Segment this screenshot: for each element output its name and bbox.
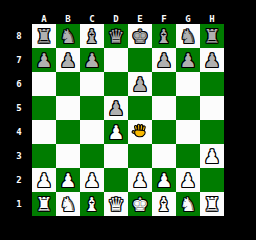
rank-labels: 87654321 [12, 24, 26, 216]
piece-black-pawn: ♟ [107, 96, 124, 120]
square-b8[interactable]: ♞ [56, 24, 80, 48]
square-c8[interactable]: ♝ [80, 24, 104, 48]
square-g4[interactable] [176, 120, 200, 144]
rank-label-8: 8 [12, 24, 26, 48]
square-g7[interactable]: ♟ [176, 48, 200, 72]
square-a3[interactable] [32, 144, 56, 168]
square-h4[interactable] [200, 120, 224, 144]
square-c1[interactable]: ♝ [80, 192, 104, 216]
square-d3[interactable] [104, 144, 128, 168]
piece-black-knight: ♞ [179, 24, 196, 48]
piece-black-pawn: ♟ [59, 48, 76, 72]
square-c2[interactable]: ♟ [80, 168, 104, 192]
square-e3[interactable] [128, 144, 152, 168]
square-c3[interactable] [80, 144, 104, 168]
piece-black-bishop: ♝ [155, 24, 172, 48]
file-labels: ABCDEFGH [32, 14, 224, 24]
square-e1[interactable]: ♚ [128, 192, 152, 216]
square-b3[interactable] [56, 144, 80, 168]
square-b2[interactable]: ♟ [56, 168, 80, 192]
piece-white-pawn: ♟ [59, 168, 76, 192]
file-label-h: H [200, 14, 224, 24]
square-a4[interactable] [32, 120, 56, 144]
square-d4[interactable]: ♟ [104, 120, 128, 144]
piece-black-king: ♚ [131, 24, 148, 48]
file-label-c: C [80, 14, 104, 24]
square-g2[interactable]: ♟ [176, 168, 200, 192]
square-h7[interactable]: ♟ [200, 48, 224, 72]
square-a5[interactable] [32, 96, 56, 120]
square-d1[interactable]: ♛ [104, 192, 128, 216]
square-c4[interactable] [80, 120, 104, 144]
square-b1[interactable]: ♞ [56, 192, 80, 216]
square-g3[interactable] [176, 144, 200, 168]
piece-black-pawn: ♟ [131, 72, 148, 96]
piece-black-pawn: ♟ [155, 48, 172, 72]
square-h1[interactable]: ♜ [200, 192, 224, 216]
rank-label-7: 7 [12, 48, 26, 72]
file-label-b: B [56, 14, 80, 24]
rank-label-4: 4 [12, 120, 26, 144]
square-e2[interactable]: ♟ [128, 168, 152, 192]
chess-board: ♜♞♝♛♚♝♞♜♟♟♟♟♟♟♟♟♟♟♟♟♟♟♟♟♜♞♝♛♚♝♞♜ [32, 24, 224, 216]
square-a8[interactable]: ♜ [32, 24, 56, 48]
file-label-d: D [104, 14, 128, 24]
square-d2[interactable] [104, 168, 128, 192]
piece-white-rook: ♜ [35, 192, 52, 216]
square-h5[interactable] [200, 96, 224, 120]
square-f3[interactable] [152, 144, 176, 168]
piece-white-pawn: ♟ [179, 168, 196, 192]
square-d8[interactable]: ♛ [104, 24, 128, 48]
square-a1[interactable]: ♜ [32, 192, 56, 216]
square-c7[interactable]: ♟ [80, 48, 104, 72]
square-f6[interactable] [152, 72, 176, 96]
piece-white-pawn: ♟ [155, 168, 172, 192]
file-label-e: E [128, 14, 152, 24]
square-e4[interactable] [128, 120, 152, 144]
square-e6[interactable]: ♟ [128, 72, 152, 96]
piece-white-bishop: ♝ [155, 192, 172, 216]
game-screen: ABCDEFGH 87654321 ♜♞♝♛♚♝♞♜♟♟♟♟♟♟♟♟♟♟♟♟♟♟… [0, 0, 256, 240]
square-b4[interactable] [56, 120, 80, 144]
square-f5[interactable] [152, 96, 176, 120]
piece-white-queen: ♛ [107, 192, 124, 216]
piece-white-pawn: ♟ [35, 168, 52, 192]
piece-black-pawn: ♟ [179, 48, 196, 72]
piece-white-king: ♚ [131, 192, 148, 216]
square-b6[interactable] [56, 72, 80, 96]
square-e7[interactable] [128, 48, 152, 72]
piece-white-pawn: ♟ [131, 168, 148, 192]
rank-label-5: 5 [12, 96, 26, 120]
square-f8[interactable]: ♝ [152, 24, 176, 48]
square-h3[interactable]: ♟ [200, 144, 224, 168]
square-e8[interactable]: ♚ [128, 24, 152, 48]
piece-white-pawn: ♟ [203, 144, 220, 168]
square-f4[interactable] [152, 120, 176, 144]
square-b5[interactable] [56, 96, 80, 120]
piece-black-knight: ♞ [59, 24, 76, 48]
piece-white-bishop: ♝ [83, 192, 100, 216]
square-h2[interactable] [200, 168, 224, 192]
square-c6[interactable] [80, 72, 104, 96]
piece-black-pawn: ♟ [35, 48, 52, 72]
rank-label-1: 1 [12, 192, 26, 216]
square-a7[interactable]: ♟ [32, 48, 56, 72]
piece-black-rook: ♜ [35, 24, 52, 48]
square-g5[interactable] [176, 96, 200, 120]
piece-black-pawn: ♟ [203, 48, 220, 72]
square-d7[interactable] [104, 48, 128, 72]
square-b7[interactable]: ♟ [56, 48, 80, 72]
piece-black-bishop: ♝ [83, 24, 100, 48]
rank-label-6: 6 [12, 72, 26, 96]
file-label-a: A [32, 14, 56, 24]
square-g1[interactable]: ♞ [176, 192, 200, 216]
piece-white-pawn: ♟ [83, 168, 100, 192]
square-f2[interactable]: ♟ [152, 168, 176, 192]
square-f7[interactable]: ♟ [152, 48, 176, 72]
square-a6[interactable] [32, 72, 56, 96]
square-a2[interactable]: ♟ [32, 168, 56, 192]
square-g8[interactable]: ♞ [176, 24, 200, 48]
piece-white-knight: ♞ [59, 192, 76, 216]
piece-white-knight: ♞ [179, 192, 196, 216]
square-f1[interactable]: ♝ [152, 192, 176, 216]
file-label-f: F [152, 14, 176, 24]
square-e5[interactable] [128, 96, 152, 120]
piece-black-queen: ♛ [107, 24, 124, 48]
piece-white-rook: ♜ [203, 192, 220, 216]
hand-cursor [130, 122, 150, 142]
piece-white-pawn: ♟ [107, 120, 124, 144]
piece-black-pawn: ♟ [83, 48, 100, 72]
square-h6[interactable] [200, 72, 224, 96]
square-d5[interactable]: ♟ [104, 96, 128, 120]
square-c5[interactable] [80, 96, 104, 120]
square-g6[interactable] [176, 72, 200, 96]
file-label-g: G [176, 14, 200, 24]
square-d6[interactable] [104, 72, 128, 96]
square-h8[interactable]: ♜ [200, 24, 224, 48]
rank-label-2: 2 [12, 168, 26, 192]
rank-label-3: 3 [12, 144, 26, 168]
piece-black-rook: ♜ [203, 24, 220, 48]
